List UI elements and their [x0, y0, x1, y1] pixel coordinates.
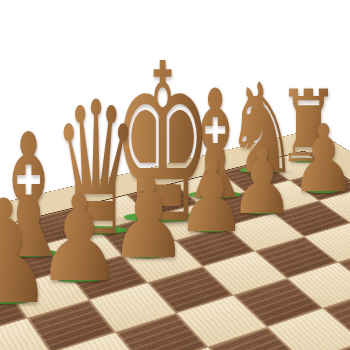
- pieces-layer: ♜♞♟♝♟♚♟♛♝♟♟♟: [0, 0, 350, 350]
- chess-set-photo: ♜♞♟♝♟♚♟♛♝♟♟♟: [0, 0, 350, 350]
- piece-white-pawn-c2: ♟: [0, 181, 60, 324]
